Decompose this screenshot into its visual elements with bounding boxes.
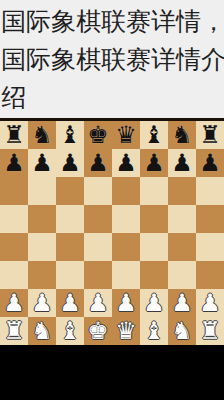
square: ♝ <box>56 121 84 149</box>
square <box>28 177 56 205</box>
square <box>168 261 196 289</box>
square: ♜ <box>0 121 28 149</box>
black-pawn: ♟ <box>115 149 137 177</box>
black-bishop: ♝ <box>59 121 81 149</box>
square <box>28 205 56 233</box>
square <box>0 233 28 261</box>
square <box>140 205 168 233</box>
square <box>112 205 140 233</box>
square <box>196 261 224 289</box>
white-pawn: ♟ <box>31 289 53 317</box>
square: ♞ <box>28 121 56 149</box>
black-queen: ♛ <box>115 121 137 149</box>
square <box>168 233 196 261</box>
square <box>168 205 196 233</box>
black-knight: ♞ <box>31 121 53 149</box>
square: ♟ <box>28 289 56 317</box>
square <box>196 177 224 205</box>
black-rook: ♜ <box>199 121 221 149</box>
white-pawn: ♟ <box>59 289 81 317</box>
square <box>140 177 168 205</box>
black-pawn: ♟ <box>59 149 81 177</box>
black-pawn: ♟ <box>171 149 193 177</box>
black-pawn: ♟ <box>143 149 165 177</box>
square <box>0 205 28 233</box>
black-pawn: ♟ <box>3 149 25 177</box>
square <box>56 205 84 233</box>
article-header: 国际象棋联赛详情， 国际象棋联赛详情介 绍 <box>0 0 224 118</box>
white-king: ♚ <box>87 317 109 345</box>
square: ♚ <box>84 121 112 149</box>
square <box>56 261 84 289</box>
black-knight: ♞ <box>171 121 193 149</box>
square: ♟ <box>140 149 168 177</box>
square: ♝ <box>140 121 168 149</box>
square: ♟ <box>140 289 168 317</box>
square: ♞ <box>168 121 196 149</box>
black-rook: ♜ <box>3 121 25 149</box>
white-pawn: ♟ <box>3 289 25 317</box>
square: ♟ <box>84 289 112 317</box>
white-pawn: ♟ <box>115 289 137 317</box>
square <box>84 177 112 205</box>
white-pawn: ♟ <box>171 289 193 317</box>
square <box>0 261 28 289</box>
square: ♟ <box>0 289 28 317</box>
square: ♝ <box>56 317 84 345</box>
square: ♛ <box>112 121 140 149</box>
black-pawn: ♟ <box>199 149 221 177</box>
white-bishop: ♝ <box>59 317 81 345</box>
square: ♟ <box>28 149 56 177</box>
square <box>56 177 84 205</box>
chess-board: ♜♞♝♚♛♝♞♜♟♟♟♟♟♟♟♟♟♟♟♟♟♟♟♟♜♞♝♚♛♝♞♜ <box>0 121 224 345</box>
square <box>196 205 224 233</box>
square <box>84 261 112 289</box>
black-bishop: ♝ <box>143 121 165 149</box>
square <box>140 233 168 261</box>
square: ♟ <box>56 149 84 177</box>
square <box>84 233 112 261</box>
white-knight: ♞ <box>171 317 193 345</box>
square <box>84 205 112 233</box>
white-rook: ♜ <box>199 317 221 345</box>
white-rook: ♜ <box>3 317 25 345</box>
square: ♜ <box>0 317 28 345</box>
square: ♜ <box>196 317 224 345</box>
square: ♟ <box>112 149 140 177</box>
square: ♟ <box>196 149 224 177</box>
square: ♟ <box>84 149 112 177</box>
square: ♞ <box>168 317 196 345</box>
page-title-line-2: 国际象棋联赛详情介 <box>1 41 224 79</box>
square <box>168 177 196 205</box>
white-pawn: ♟ <box>87 289 109 317</box>
square: ♟ <box>168 149 196 177</box>
bottom-black-bar <box>0 345 224 400</box>
square <box>56 233 84 261</box>
black-king: ♚ <box>87 121 109 149</box>
white-queen: ♛ <box>115 317 137 345</box>
square <box>196 233 224 261</box>
square: ♞ <box>28 317 56 345</box>
square: ♜ <box>196 121 224 149</box>
page-title-line-1: 国际象棋联赛详情， <box>1 3 224 41</box>
square <box>112 233 140 261</box>
square <box>112 177 140 205</box>
black-pawn: ♟ <box>31 149 53 177</box>
square: ♟ <box>168 289 196 317</box>
white-pawn: ♟ <box>143 289 165 317</box>
square: ♚ <box>84 317 112 345</box>
square <box>140 261 168 289</box>
square: ♝ <box>140 317 168 345</box>
square: ♟ <box>56 289 84 317</box>
square <box>112 261 140 289</box>
white-knight: ♞ <box>31 317 53 345</box>
square: ♟ <box>196 289 224 317</box>
square <box>28 261 56 289</box>
white-pawn: ♟ <box>199 289 221 317</box>
white-bishop: ♝ <box>143 317 165 345</box>
black-pawn: ♟ <box>87 149 109 177</box>
square <box>28 233 56 261</box>
square: ♟ <box>112 289 140 317</box>
page-title-line-3: 绍 <box>1 79 224 117</box>
square: ♛ <box>112 317 140 345</box>
square: ♟ <box>0 149 28 177</box>
square <box>0 177 28 205</box>
page: 国际象棋联赛详情， 国际象棋联赛详情介 绍 ♜♞♝♚♛♝♞♜♟♟♟♟♟♟♟♟♟♟… <box>0 0 224 400</box>
